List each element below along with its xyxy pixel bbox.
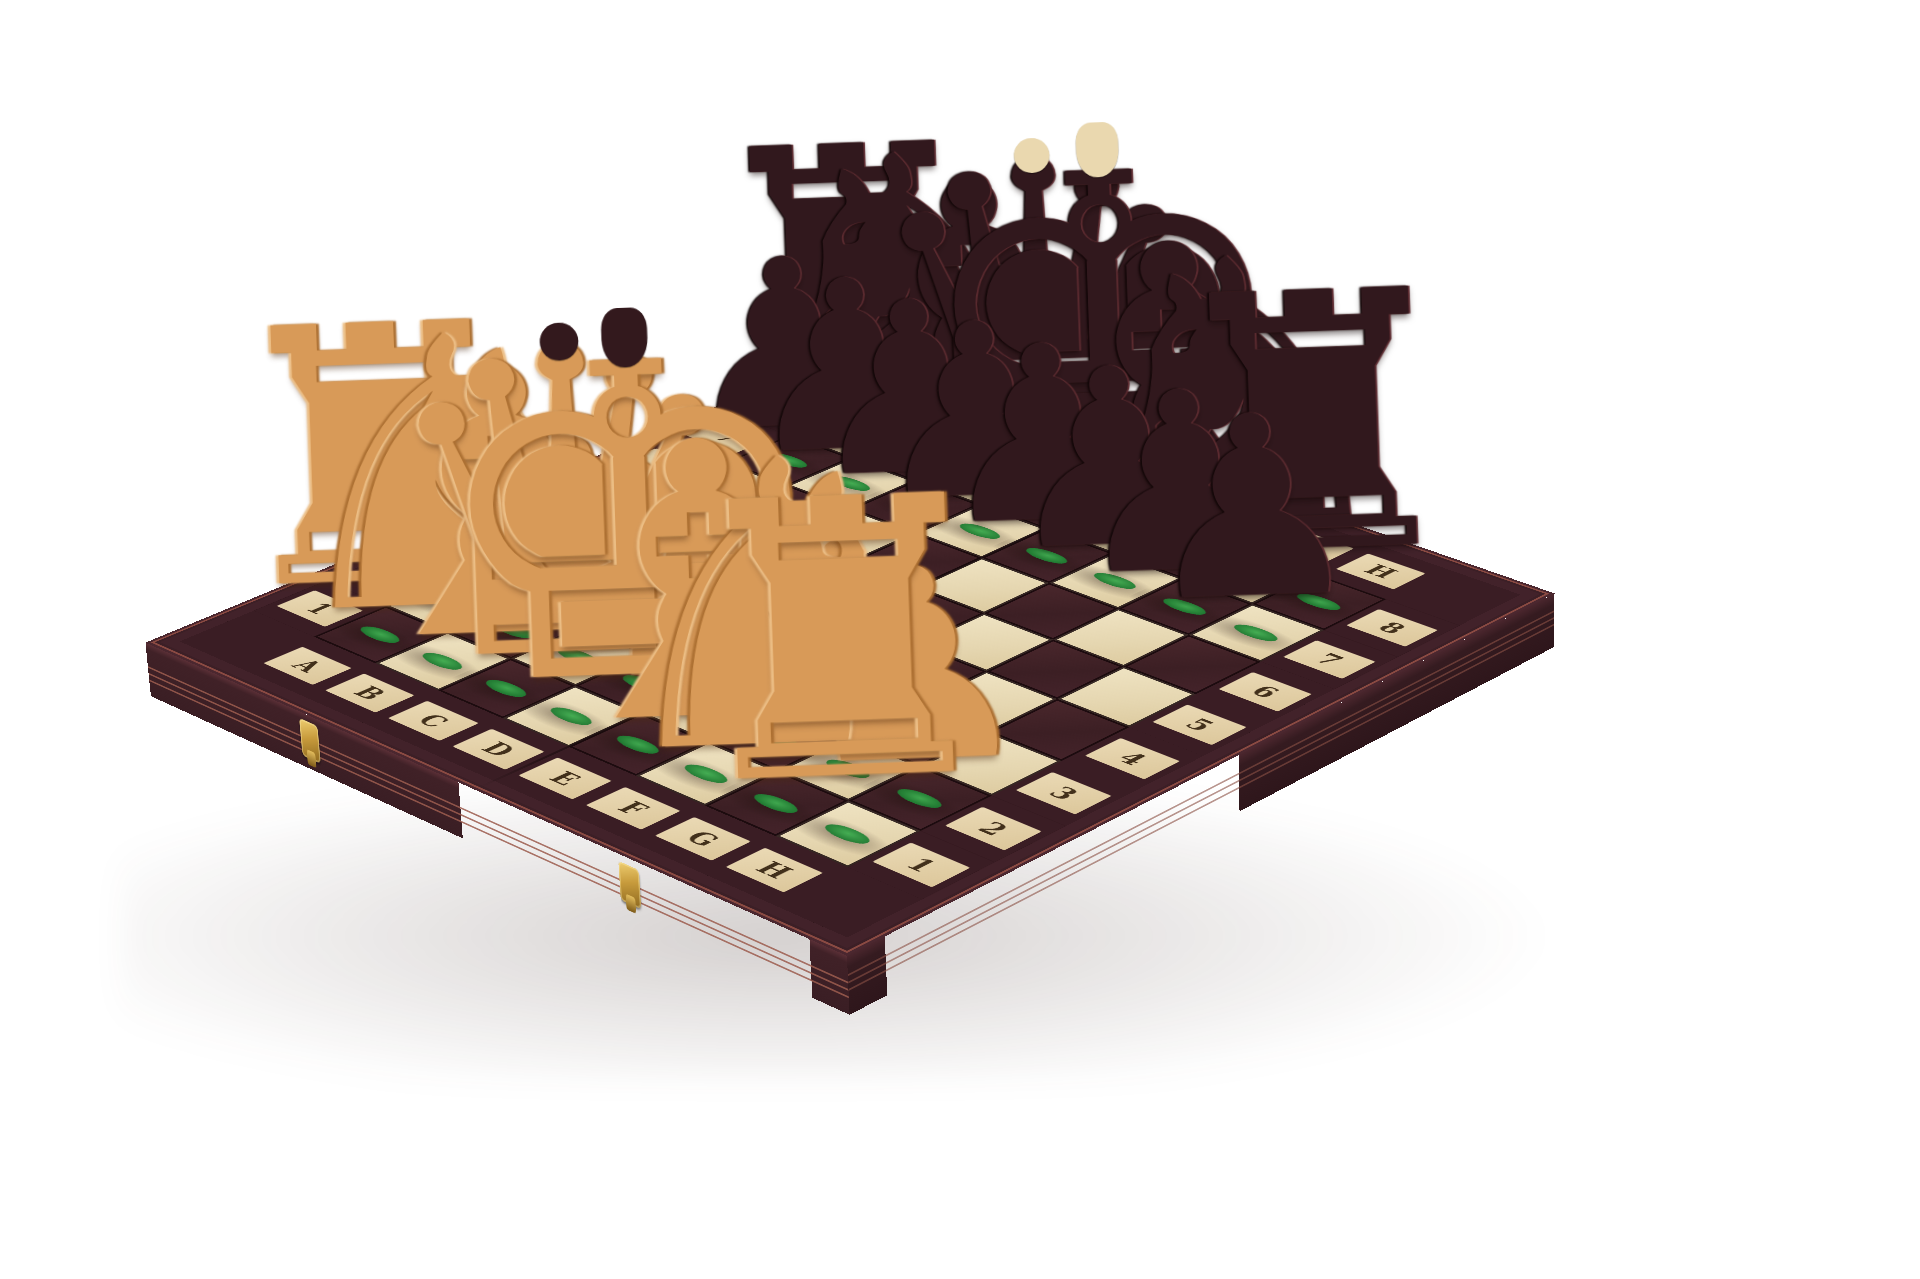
clasp-hook	[626, 894, 637, 914]
rank-label-5: 5	[1152, 705, 1247, 746]
light-rook-h1: ♜	[605, 443, 1077, 842]
light-r-glyph: ♜	[663, 445, 1019, 840]
board-grid: ABCDEFGH8♜♞♝♛♚♝♞♜87♟♟♟♟♟♟♟♟7665544332♟♟♟…	[180, 362, 1521, 938]
dark-pawn-h7: ♟	[1098, 378, 1406, 637]
chess-board: ABCDEFGH8♜♞♝♛♚♝♞♜87♟♟♟♟♟♟♟♟7665544332♟♟♟…	[145, 350, 1554, 956]
brass-clasp	[618, 861, 641, 910]
rank-label-4: 4	[1085, 738, 1180, 780]
scene: ABCDEFGH8♜♞♝♛♚♝♞♜87♟♟♟♟♟♟♟♟7665544332♟♟♟…	[0, 0, 1920, 1279]
chess-set-photo: ABCDEFGH8♜♞♝♛♚♝♞♜87♟♟♟♟♟♟♟♟7665544332♟♟♟…	[0, 0, 1920, 1279]
dark-p-glyph: ♟	[1136, 380, 1368, 637]
contrast-finial	[1075, 122, 1119, 178]
contrast-finial	[601, 307, 649, 368]
rank-label-6: 6	[1218, 672, 1312, 712]
clasp-hook	[307, 749, 317, 768]
rank-label-1: 1	[872, 843, 970, 888]
board-frame: ABCDEFGH8♜♞♝♛♚♝♞♜87♟♟♟♟♟♟♟♟7665544332♟♟♟…	[145, 350, 1554, 956]
